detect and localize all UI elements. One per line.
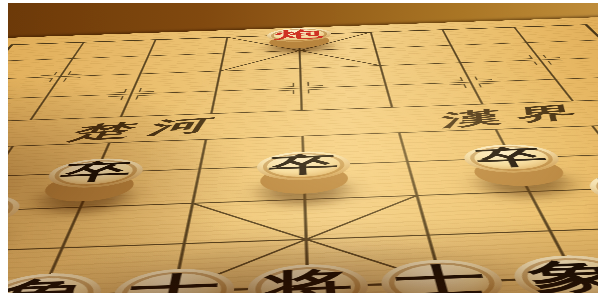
piece-character: 炮 — [275, 29, 324, 41]
piece-black-advisor-left[interactable]: 士 — [106, 267, 236, 293]
piece-character: 将 — [262, 267, 355, 293]
xiangqi-board: 楚 河 漢 界 炮卒卒卒砲砲象士将士象 — [8, 17, 598, 293]
piece-character: 象 — [522, 258, 598, 293]
piece-black-soldier-left[interactable]: 卒 — [41, 157, 147, 189]
camera-tilt-wrapper: 楚 河 漢 界 炮卒卒卒砲砲象士将士象 — [8, 3, 598, 293]
piece-black-elephant-left[interactable]: 象 — [8, 272, 108, 293]
piece-black-soldier-right[interactable]: 卒 — [459, 143, 567, 174]
piece-black-cannon-right[interactable]: 砲 — [581, 170, 598, 206]
photo-frame: 楚 河 漢 界 炮卒卒卒砲砲象士将士象 — [0, 0, 607, 293]
pieces-layer: 炮卒卒卒砲砲象士将士象 — [8, 16, 598, 293]
piece-character: 卒 — [471, 146, 552, 169]
piece-black-elephant-right[interactable]: 象 — [506, 254, 598, 293]
piece-character: 卒 — [56, 160, 135, 184]
piece-black-soldier-center[interactable]: 卒 — [256, 150, 352, 182]
piece-character: 卒 — [268, 153, 339, 177]
piece-black-general[interactable]: 将 — [246, 263, 371, 293]
piece-character: 士 — [124, 272, 221, 293]
piece-red-cannon[interactable]: 炮 — [266, 27, 332, 43]
piece-character: 砲 — [8, 197, 14, 225]
piece-character: 士 — [393, 263, 493, 293]
xiangqi-photo: 楚 河 漢 界 炮卒卒卒砲砲象士将士象 — [8, 3, 598, 293]
piece-character: 象 — [8, 276, 92, 293]
piece-black-cannon-left[interactable]: 砲 — [8, 193, 28, 230]
piece-character: 砲 — [595, 174, 598, 201]
piece-black-advisor-right[interactable]: 士 — [378, 258, 511, 293]
